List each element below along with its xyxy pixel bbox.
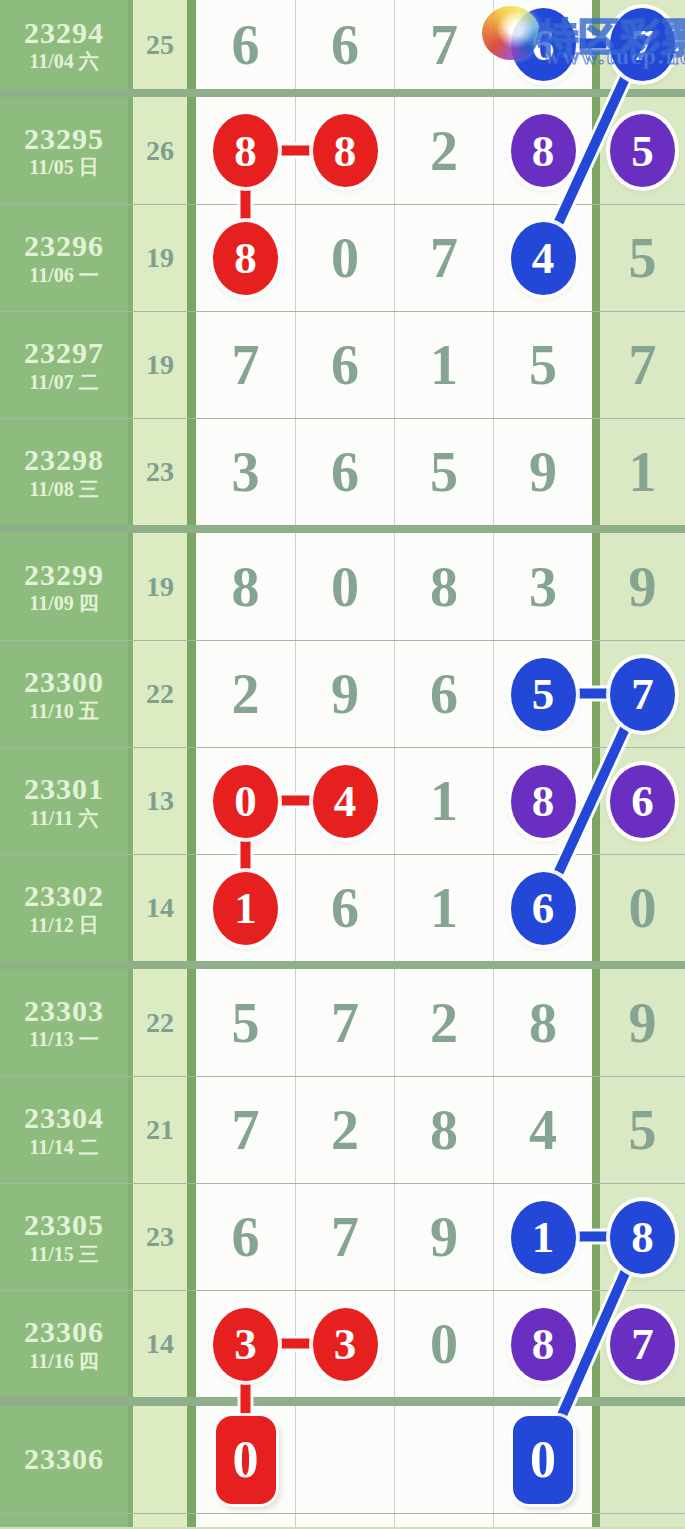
- digit-cell-5: 5: [600, 1077, 685, 1183]
- draw-number: 23299: [24, 558, 104, 593]
- column-band: [187, 205, 196, 311]
- highlight-circle-purple: 6: [610, 765, 675, 838]
- highlight-circle-blue: 8: [610, 1201, 675, 1274]
- sum-cell: [133, 1514, 187, 1527]
- draw-id-cell: 2329511/05 日: [0, 97, 133, 204]
- draw-number: 23300: [24, 665, 104, 700]
- digit-cell-2: 0: [295, 205, 394, 311]
- sum-cell: 19: [133, 533, 187, 640]
- highlight-circle-red: 4: [313, 765, 378, 838]
- digit-cell-1: 2: [196, 641, 295, 747]
- lottery-trend-chart: 2329411/04 六25667672329511/05 日268828523…: [0, 0, 685, 1529]
- column-band: [187, 1291, 196, 1397]
- draw-number: 23306: [24, 1442, 104, 1477]
- digit-cell-3: 7: [394, 205, 493, 311]
- group-separator: [0, 525, 685, 533]
- digit-cell-1: [196, 1514, 295, 1527]
- column-band: [592, 533, 600, 640]
- draw-number: 23297: [24, 336, 104, 371]
- digit-cell-1: 6: [196, 0, 295, 89]
- column-band: [592, 1077, 600, 1183]
- chart-grid: 2329411/04 六25667672329511/05 日268828523…: [0, 0, 685, 1529]
- column-band: [187, 419, 196, 525]
- column-band: [592, 855, 600, 961]
- digit-cell-1: 3: [196, 1291, 295, 1397]
- draw-date: 11/05 日: [29, 156, 98, 179]
- digit-cell-3: 1: [394, 312, 493, 418]
- digit-cell-1: 8: [196, 97, 295, 204]
- digit-cell-2: 2: [295, 1077, 394, 1183]
- digit-cell-4: 4: [493, 205, 592, 311]
- digit-cell-2: 6: [295, 0, 394, 89]
- column-band: [592, 419, 600, 525]
- column-band: [187, 312, 196, 418]
- column-band: [592, 748, 600, 854]
- digit-cell-1: 3: [196, 419, 295, 525]
- digit-cell-5: 7: [600, 1291, 685, 1397]
- digit-cell-3: 2: [394, 969, 493, 1076]
- column-band: [187, 1514, 196, 1527]
- digit-cell-3: 2: [394, 97, 493, 204]
- sum-cell: 14: [133, 1291, 187, 1397]
- draw-row-23296: 2329611/06 一1980745: [0, 204, 685, 311]
- column-band: [187, 0, 196, 89]
- digit-cell-2: 6: [295, 855, 394, 961]
- digit-cell-4: 8: [493, 1291, 592, 1397]
- draw-id-cell: 2330211/12 日: [0, 855, 133, 961]
- column-band: [592, 969, 600, 1076]
- draw-row-empty: [0, 1513, 685, 1527]
- digit-cell-2: 7: [295, 1184, 394, 1290]
- draw-number: 23304: [24, 1101, 104, 1136]
- draw-number: 23306: [24, 1315, 104, 1350]
- digit-cell-5: 5: [600, 205, 685, 311]
- sum-cell: 19: [133, 312, 187, 418]
- highlight-circle-red: 3: [313, 1308, 378, 1381]
- digit-cell-5: 7: [600, 0, 685, 89]
- digit-cell-4: 5: [493, 641, 592, 747]
- highlight-circle-purple: 8: [511, 765, 576, 838]
- sum-cell: 21: [133, 1077, 187, 1183]
- draw-date: 11/15 三: [29, 1243, 98, 1266]
- draw-row-23303: 2330311/13 一2257289: [0, 969, 685, 1076]
- digit-cell-3: 5: [394, 419, 493, 525]
- digit-cell-4: 8: [493, 969, 592, 1076]
- digit-cell-1: 0: [196, 1406, 295, 1513]
- draw-number: 23302: [24, 879, 104, 914]
- digit-cell-4: [493, 1514, 592, 1527]
- digit-cell-3: 8: [394, 1077, 493, 1183]
- draw-date: 11/13 一: [29, 1028, 98, 1051]
- highlight-circle-purple: 8: [511, 1308, 576, 1381]
- draw-id-cell: [0, 1514, 133, 1527]
- digit-cell-5: 7: [600, 641, 685, 747]
- sum-cell: 22: [133, 969, 187, 1076]
- draw-id-cell: 2329911/09 四: [0, 533, 133, 640]
- column-band: [592, 312, 600, 418]
- digit-cell-3: [394, 1514, 493, 1527]
- draw-date: 11/08 三: [29, 478, 98, 501]
- digit-cell-2: 3: [295, 1291, 394, 1397]
- column-band: [592, 641, 600, 747]
- highlight-circle-blue: 1: [511, 1201, 576, 1274]
- highlight-circle-purple: 7: [610, 1308, 675, 1381]
- draw-id-cell: 2330411/14 二: [0, 1077, 133, 1183]
- column-band: [187, 969, 196, 1076]
- draw-date: 11/11 六: [30, 807, 98, 830]
- column-band: [187, 1077, 196, 1183]
- digit-cell-4: 8: [493, 748, 592, 854]
- column-band: [592, 1406, 600, 1513]
- highlight-block-red: 0: [216, 1416, 276, 1504]
- column-band: [592, 0, 600, 89]
- digit-cell-4: 6: [493, 0, 592, 89]
- column-band: [592, 205, 600, 311]
- digit-cell-3: 1: [394, 748, 493, 854]
- column-band: [592, 1291, 600, 1397]
- sum-cell: 13: [133, 748, 187, 854]
- group-separator: [0, 961, 685, 969]
- column-band: [187, 855, 196, 961]
- digit-cell-5: 8: [600, 1184, 685, 1290]
- digit-cell-3: 6: [394, 641, 493, 747]
- digit-cell-2: 6: [295, 312, 394, 418]
- highlight-circle-purple: 5: [610, 114, 675, 187]
- highlight-circle-red: 0: [213, 765, 278, 838]
- draw-row-23298: 2329811/08 三2336591: [0, 418, 685, 525]
- sum-cell: [133, 1406, 187, 1513]
- highlight-circle-blue: 7: [610, 8, 675, 81]
- digit-cell-5: [600, 1406, 685, 1513]
- draw-id-cell: 2330311/13 一: [0, 969, 133, 1076]
- digit-cell-2: [295, 1406, 394, 1513]
- column-band: [187, 97, 196, 204]
- digit-cell-3: 0: [394, 1291, 493, 1397]
- group-separator: [0, 89, 685, 97]
- digit-cell-2: 7: [295, 969, 394, 1076]
- digit-cell-5: 7: [600, 312, 685, 418]
- group-separator: [0, 1397, 685, 1406]
- digit-cell-2: 6: [295, 419, 394, 525]
- digit-cell-4: 4: [493, 1077, 592, 1183]
- digit-cell-4: 3: [493, 533, 592, 640]
- sum-cell: 14: [133, 855, 187, 961]
- highlight-circle-blue: 6: [511, 8, 576, 81]
- draw-row-23300: 2330011/10 五2229657: [0, 640, 685, 747]
- draw-date: 11/16 四: [29, 1350, 98, 1373]
- draw-row-23295: 2329511/05 日2688285: [0, 97, 685, 204]
- digit-cell-5: 9: [600, 533, 685, 640]
- draw-number: 23296: [24, 229, 104, 264]
- highlight-circle-red: 8: [313, 114, 378, 187]
- sum-cell: 23: [133, 1184, 187, 1290]
- column-band: [187, 641, 196, 747]
- draw-date: 11/09 四: [29, 592, 98, 615]
- draw-row-23304: 2330411/14 二2172845: [0, 1076, 685, 1183]
- draw-date: 11/06 一: [29, 264, 98, 287]
- draw-date: 11/04 六: [29, 50, 98, 73]
- digit-cell-2: 0: [295, 533, 394, 640]
- highlight-circle-blue: 6: [511, 872, 576, 945]
- column-band: [187, 1184, 196, 1290]
- digit-cell-2: 9: [295, 641, 394, 747]
- highlight-circle-blue: 5: [511, 658, 576, 731]
- draw-date: 11/07 二: [29, 371, 98, 394]
- highlight-circle-red: 3: [213, 1308, 278, 1381]
- digit-cell-1: 7: [196, 1077, 295, 1183]
- draw-number: 23301: [24, 772, 104, 807]
- digit-cell-2: 8: [295, 97, 394, 204]
- highlight-circle-red: 8: [213, 114, 278, 187]
- column-band: [187, 748, 196, 854]
- digit-cell-4: 5: [493, 312, 592, 418]
- digit-cell-5: [600, 1514, 685, 1527]
- draw-row-23306: 2330611/16 四1433087: [0, 1290, 685, 1397]
- draw-id-cell: 2329811/08 三: [0, 419, 133, 525]
- column-band: [592, 1514, 600, 1527]
- digit-cell-2: 4: [295, 748, 394, 854]
- digit-cell-3: [394, 1406, 493, 1513]
- draw-id-cell: 2329411/04 六: [0, 0, 133, 89]
- sum-cell: 23: [133, 419, 187, 525]
- column-band: [592, 97, 600, 204]
- digit-cell-1: 6: [196, 1184, 295, 1290]
- sum-cell: 19: [133, 205, 187, 311]
- digit-cell-3: 7: [394, 0, 493, 89]
- digit-cell-1: 8: [196, 533, 295, 640]
- column-band: [187, 1406, 196, 1513]
- digit-cell-1: 0: [196, 748, 295, 854]
- draw-number: 23295: [24, 122, 104, 157]
- highlight-circle-red: 1: [213, 872, 278, 945]
- draw-number: 23303: [24, 994, 104, 1029]
- draw-id-cell: 2330511/15 三: [0, 1184, 133, 1290]
- draw-id-cell: 2329611/06 一: [0, 205, 133, 311]
- digit-cell-1: 5: [196, 969, 295, 1076]
- highlight-circle-purple: 8: [511, 114, 576, 187]
- digit-cell-5: 1: [600, 419, 685, 525]
- draw-row-23305: 2330511/15 三2367918: [0, 1183, 685, 1290]
- digit-cell-4: 9: [493, 419, 592, 525]
- highlight-circle-blue: 4: [511, 222, 576, 295]
- digit-cell-2: [295, 1514, 394, 1527]
- draw-row-23306: 2330600: [0, 1406, 685, 1513]
- sum-cell: 22: [133, 641, 187, 747]
- highlight-circle-red: 8: [213, 222, 278, 295]
- column-band: [592, 1184, 600, 1290]
- draw-date: 11/10 五: [29, 700, 98, 723]
- digit-cell-3: 9: [394, 1184, 493, 1290]
- draw-id-cell: 2330611/16 四: [0, 1291, 133, 1397]
- digit-cell-5: 9: [600, 969, 685, 1076]
- digit-cell-1: 1: [196, 855, 295, 961]
- draw-id-cell: 2329711/07 二: [0, 312, 133, 418]
- digit-cell-4: 0: [493, 1406, 592, 1513]
- draw-number: 23298: [24, 443, 104, 478]
- draw-date: 11/12 日: [29, 914, 98, 937]
- digit-cell-5: 0: [600, 855, 685, 961]
- draw-row-23299: 2329911/09 四1980839: [0, 533, 685, 640]
- digit-cell-4: 6: [493, 855, 592, 961]
- draw-number: 23305: [24, 1208, 104, 1243]
- sum-cell: 25: [133, 0, 187, 89]
- column-band: [187, 533, 196, 640]
- draw-row-23301: 2330111/11 六1304186: [0, 747, 685, 854]
- draw-date: 11/14 二: [29, 1136, 98, 1159]
- digit-cell-5: 5: [600, 97, 685, 204]
- draw-row-23297: 2329711/07 二1976157: [0, 311, 685, 418]
- sum-cell: 26: [133, 97, 187, 204]
- digit-cell-4: 1: [493, 1184, 592, 1290]
- draw-id-cell: 23306: [0, 1406, 133, 1513]
- draw-number: 23294: [24, 16, 104, 51]
- digit-cell-1: 7: [196, 312, 295, 418]
- digit-cell-1: 8: [196, 205, 295, 311]
- digit-cell-3: 8: [394, 533, 493, 640]
- highlight-block-blue: 0: [513, 1416, 573, 1504]
- draw-row-23294: 2329411/04 六2566767: [0, 0, 685, 89]
- draw-row-23302: 2330211/12 日1416160: [0, 854, 685, 961]
- digit-cell-5: 6: [600, 748, 685, 854]
- highlight-circle-blue: 7: [610, 658, 675, 731]
- draw-id-cell: 2330111/11 六: [0, 748, 133, 854]
- digit-cell-4: 8: [493, 97, 592, 204]
- draw-id-cell: 2330011/10 五: [0, 641, 133, 747]
- digit-cell-3: 1: [394, 855, 493, 961]
